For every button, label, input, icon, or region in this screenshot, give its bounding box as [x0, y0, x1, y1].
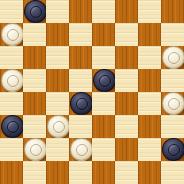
white-man-piece[interactable]: [47, 115, 70, 138]
square-c8[interactable]: [46, 0, 69, 23]
square-c1[interactable]: [46, 161, 69, 184]
white-man-piece[interactable]: [1, 69, 24, 92]
square-b7[interactable]: [23, 23, 46, 46]
square-b3[interactable]: [23, 115, 46, 138]
square-f1[interactable]: [115, 161, 138, 184]
square-h3[interactable]: [161, 115, 184, 138]
square-c4[interactable]: [46, 92, 69, 115]
black-man-piece[interactable]: [70, 92, 93, 115]
square-g4[interactable]: [138, 92, 161, 115]
square-a4[interactable]: [0, 92, 23, 115]
square-g6[interactable]: [138, 46, 161, 69]
square-a8[interactable]: [0, 0, 23, 23]
square-e5[interactable]: [92, 69, 115, 92]
square-h7[interactable]: [161, 23, 184, 46]
square-b8[interactable]: [23, 0, 46, 23]
square-g8[interactable]: [138, 0, 161, 23]
square-c2[interactable]: [46, 138, 69, 161]
square-b1[interactable]: [23, 161, 46, 184]
square-f2[interactable]: [115, 138, 138, 161]
square-d1[interactable]: [69, 161, 92, 184]
square-b5[interactable]: [23, 69, 46, 92]
square-e1[interactable]: [92, 161, 115, 184]
square-h6[interactable]: [161, 46, 184, 69]
square-a7[interactable]: [0, 23, 23, 46]
square-d4[interactable]: [69, 92, 92, 115]
square-e3[interactable]: [92, 115, 115, 138]
square-a6[interactable]: [0, 46, 23, 69]
square-b2[interactable]: [23, 138, 46, 161]
square-h5[interactable]: [161, 69, 184, 92]
square-d8[interactable]: [69, 0, 92, 23]
square-c6[interactable]: [46, 46, 69, 69]
square-f5[interactable]: [115, 69, 138, 92]
square-h1[interactable]: [161, 161, 184, 184]
white-man-piece[interactable]: [162, 46, 184, 69]
checkers-board: [0, 0, 184, 184]
square-f8[interactable]: [115, 0, 138, 23]
square-d6[interactable]: [69, 46, 92, 69]
square-d7[interactable]: [69, 23, 92, 46]
square-d3[interactable]: [69, 115, 92, 138]
white-man-piece[interactable]: [24, 138, 47, 161]
white-man-piece[interactable]: [162, 92, 184, 115]
square-e8[interactable]: [92, 0, 115, 23]
square-g3[interactable]: [138, 115, 161, 138]
square-f3[interactable]: [115, 115, 138, 138]
square-b4[interactable]: [23, 92, 46, 115]
square-d5[interactable]: [69, 69, 92, 92]
square-a2[interactable]: [0, 138, 23, 161]
white-man-piece[interactable]: [1, 23, 24, 46]
square-c7[interactable]: [46, 23, 69, 46]
square-g7[interactable]: [138, 23, 161, 46]
square-h2[interactable]: [161, 138, 184, 161]
square-f7[interactable]: [115, 23, 138, 46]
square-f6[interactable]: [115, 46, 138, 69]
square-g5[interactable]: [138, 69, 161, 92]
black-man-piece[interactable]: [24, 0, 47, 23]
square-e6[interactable]: [92, 46, 115, 69]
square-f4[interactable]: [115, 92, 138, 115]
square-c5[interactable]: [46, 69, 69, 92]
square-d2[interactable]: [69, 138, 92, 161]
square-g2[interactable]: [138, 138, 161, 161]
white-man-piece[interactable]: [70, 138, 93, 161]
square-e7[interactable]: [92, 23, 115, 46]
square-c3[interactable]: [46, 115, 69, 138]
black-man-piece[interactable]: [162, 138, 184, 161]
square-a1[interactable]: [0, 161, 23, 184]
square-h8[interactable]: [161, 0, 184, 23]
square-a5[interactable]: [0, 69, 23, 92]
square-e4[interactable]: [92, 92, 115, 115]
square-a3[interactable]: [0, 115, 23, 138]
black-man-piece[interactable]: [93, 69, 116, 92]
square-h4[interactable]: [161, 92, 184, 115]
black-man-piece[interactable]: [1, 115, 24, 138]
square-b6[interactable]: [23, 46, 46, 69]
square-g1[interactable]: [138, 161, 161, 184]
square-e2[interactable]: [92, 138, 115, 161]
